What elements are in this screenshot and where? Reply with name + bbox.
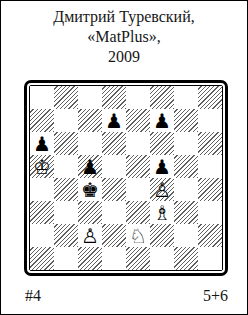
square-g2 — [174, 224, 198, 247]
square-a5: ♔ — [30, 155, 54, 178]
square-c8 — [78, 86, 102, 109]
square-c4: ♚ — [78, 178, 102, 201]
square-f2 — [150, 224, 174, 247]
square-c6 — [78, 132, 102, 155]
piece-white-pawn: ♙ — [150, 178, 174, 201]
square-f1 — [150, 247, 174, 270]
square-e6 — [126, 132, 150, 155]
square-f5: ♟ — [150, 155, 174, 178]
caption-row: #4 5+6 — [25, 286, 228, 306]
square-g3 — [174, 201, 198, 224]
square-d6 — [102, 132, 126, 155]
square-g4 — [174, 178, 198, 201]
square-f4: ♙ — [150, 178, 174, 201]
square-b7 — [54, 109, 78, 132]
square-c7 — [78, 109, 102, 132]
piece-black-pawn: ♟ — [30, 132, 54, 155]
square-h7 — [198, 109, 222, 132]
square-a7 — [30, 109, 54, 132]
square-g7 — [174, 109, 198, 132]
square-e8 — [126, 86, 150, 109]
square-d7: ♟ — [102, 109, 126, 132]
square-e5 — [126, 155, 150, 178]
square-d4 — [102, 178, 126, 201]
square-a6: ♟ — [30, 132, 54, 155]
square-d2 — [102, 224, 126, 247]
square-d8 — [102, 86, 126, 109]
square-c1 — [78, 247, 102, 270]
square-b8 — [54, 86, 78, 109]
square-b6 — [54, 132, 78, 155]
square-g5 — [174, 155, 198, 178]
square-f3: ♗ — [150, 201, 174, 224]
square-f6 — [150, 132, 174, 155]
chess-board-inner-frame: ♟♟♟♔♟♟♚♙♗♙♘ — [29, 85, 223, 271]
piece-black-pawn: ♟ — [78, 155, 102, 178]
author-line: Дмитрий Туревский, — [1, 7, 247, 27]
square-a4 — [30, 178, 54, 201]
square-d1 — [102, 247, 126, 270]
square-b2 — [54, 224, 78, 247]
square-c3 — [78, 201, 102, 224]
chess-board: ♟♟♟♔♟♟♚♙♗♙♘ — [24, 80, 228, 276]
square-b3 — [54, 201, 78, 224]
square-c5: ♟ — [78, 155, 102, 178]
year-line: 2009 — [1, 47, 247, 67]
square-a8 — [30, 86, 54, 109]
square-f7: ♟ — [150, 109, 174, 132]
problem-title: Дмитрий Туревский, «MatPlus», 2009 — [1, 1, 247, 67]
square-a3 — [30, 201, 54, 224]
piece-white-pawn: ♙ — [78, 224, 102, 247]
source-line: «MatPlus», — [1, 27, 247, 47]
square-b1 — [54, 247, 78, 270]
piece-white-king: ♔ — [30, 155, 54, 178]
square-h8 — [198, 86, 222, 109]
square-h4 — [198, 178, 222, 201]
square-c2: ♙ — [78, 224, 102, 247]
square-e2: ♘ — [126, 224, 150, 247]
square-b4 — [54, 178, 78, 201]
square-h1 — [198, 247, 222, 270]
square-f8 — [150, 86, 174, 109]
square-g8 — [174, 86, 198, 109]
piece-white-knight: ♘ — [126, 224, 150, 247]
square-h2 — [198, 224, 222, 247]
square-e7 — [126, 109, 150, 132]
piece-black-pawn: ♟ — [150, 109, 174, 132]
piece-black-king: ♚ — [78, 178, 102, 201]
square-d5 — [102, 155, 126, 178]
square-a1 — [30, 247, 54, 270]
square-g1 — [174, 247, 198, 270]
stipulation-label: #4 — [25, 286, 41, 306]
square-e3 — [126, 201, 150, 224]
chess-board-grid: ♟♟♟♔♟♟♚♙♗♙♘ — [30, 86, 222, 270]
square-h3 — [198, 201, 222, 224]
square-e1 — [126, 247, 150, 270]
square-h6 — [198, 132, 222, 155]
square-a2 — [30, 224, 54, 247]
material-count-label: 5+6 — [203, 286, 228, 306]
square-e4 — [126, 178, 150, 201]
square-h5 — [198, 155, 222, 178]
piece-black-pawn: ♟ — [150, 155, 174, 178]
piece-black-pawn: ♟ — [102, 109, 126, 132]
square-b5 — [54, 155, 78, 178]
piece-white-bishop: ♗ — [150, 201, 174, 224]
square-d3 — [102, 201, 126, 224]
square-g6 — [174, 132, 198, 155]
problem-diagram-page: Дмитрий Туревский, «MatPlus», 2009 ♟♟♟♔♟… — [0, 0, 248, 315]
